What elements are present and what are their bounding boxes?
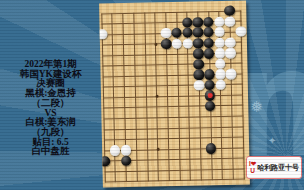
caption-panel: 2022年第1期 韩国YK建设杯 决赛圈 黑棋:金恩持 （二段） VS 白棋:姜… xyxy=(0,0,101,190)
white-stone xyxy=(214,27,225,38)
white-stone xyxy=(214,16,225,27)
hoshi-point xyxy=(154,42,157,45)
black-stone xyxy=(193,59,204,70)
white-stone xyxy=(121,145,132,156)
white-stone xyxy=(215,80,226,91)
black-stone xyxy=(204,48,215,59)
black-stone xyxy=(193,38,204,49)
black-stone xyxy=(171,28,182,39)
white-stone xyxy=(215,69,226,80)
black-stone xyxy=(205,101,216,112)
last-move-marker xyxy=(208,93,213,98)
black-stone xyxy=(182,17,193,28)
black-stone xyxy=(206,143,217,154)
caption-line-result: 白中盘胜 xyxy=(0,147,101,157)
snowflake-icon: ❅ xyxy=(250,98,263,116)
black-stone xyxy=(182,28,193,39)
black-stone xyxy=(204,27,215,38)
white-stone xyxy=(214,37,225,48)
black-stone xyxy=(204,38,215,49)
black-stone xyxy=(193,48,204,59)
black-stone xyxy=(193,17,204,28)
black-stone xyxy=(194,69,205,80)
channel-name: 哈利路亚十号 xyxy=(257,163,298,173)
white-stone xyxy=(110,145,121,156)
white-stone xyxy=(182,38,193,49)
black-stone xyxy=(224,6,235,17)
black-stone xyxy=(205,80,216,91)
black-stone xyxy=(203,17,214,28)
white-stone xyxy=(236,26,247,37)
white-stone xyxy=(226,69,237,80)
white-stone xyxy=(225,37,236,48)
thumbnail: m ❅ ✦ 2022年第1期 韩国YK建设杯 决赛圈 黑棋:金恩持 （二段） V… xyxy=(0,0,304,190)
white-stone xyxy=(215,58,226,69)
white-stone xyxy=(215,48,226,59)
white-stone xyxy=(99,29,107,40)
channel-banner: I❤ U 哈利路亚十号 xyxy=(246,156,302,179)
hoshi-point xyxy=(155,95,158,98)
black-stone xyxy=(193,27,204,38)
go-board xyxy=(99,0,250,187)
sparkle-icon: ✦ xyxy=(268,135,276,146)
black-stone xyxy=(161,38,172,49)
white-stone xyxy=(172,38,183,49)
white-stone xyxy=(194,80,205,91)
black-stone xyxy=(121,155,132,166)
white-stone xyxy=(225,48,236,59)
heart-logo-icon: I❤ U xyxy=(249,161,256,174)
black-stone xyxy=(204,69,215,80)
grid-line-horizontal xyxy=(101,10,241,14)
hoshi-point xyxy=(156,148,159,151)
white-stone xyxy=(225,16,236,27)
white-stone xyxy=(161,28,172,39)
